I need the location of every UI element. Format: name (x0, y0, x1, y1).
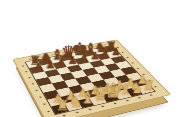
square-d3 (80, 82, 97, 91)
square-e4 (87, 73, 103, 82)
square-c5 (60, 72, 76, 80)
chess-set-photo: ♜♞♝♛♚♝♞♜♟♟♟♟♟♟♟♟♟♟♟♟♟♟♟♟♜♞♝♛♚♝♞♜ (0, 0, 180, 117)
square-a4 (40, 83, 56, 92)
chess-board: ♜♞♝♛♚♝♞♜♟♟♟♟♟♟♟♟♟♟♟♟♟♟♟♟♜♞♝♛♚♝♞♜ (12, 39, 171, 117)
scene: ♜♞♝♛♚♝♞♜♟♟♟♟♟♟♟♟♟♟♟♟♟♟♟♟♜♞♝♛♚♝♞♜ (0, 0, 180, 117)
square-h4 (121, 66, 137, 74)
